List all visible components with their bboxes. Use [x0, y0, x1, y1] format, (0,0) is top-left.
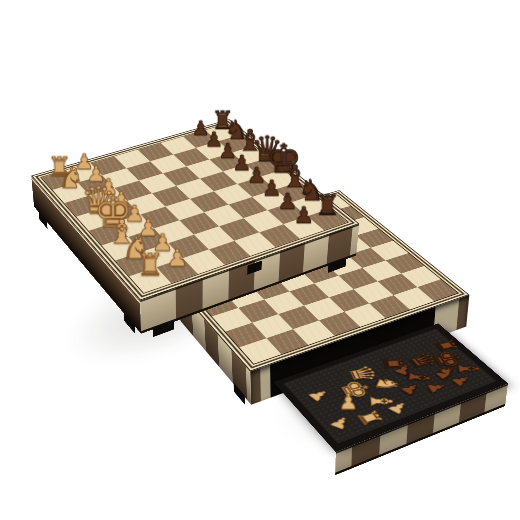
drawer-piece-light-bishop: ♝	[365, 392, 396, 409]
main-box-foot	[38, 210, 47, 229]
drawer-piece-dark-pawn: ♟	[389, 361, 415, 378]
drawer-piece-dark-bishop: ♝	[403, 368, 434, 387]
drawer-piece-dark-rook: ♜	[378, 356, 406, 371]
drawer-piece-light-queen: ♛	[343, 363, 381, 385]
drawer-piece-dark-pawn: ♟	[422, 379, 450, 395]
drawer-piece-dark-king: ♚	[428, 348, 469, 370]
piece-light-rook-a1: ♜	[46, 154, 73, 180]
main-chess-box: ♜♟♟♜♞♟♟♞♝♟♟♝♛♟♟♛♚♟♟♚♝♟♟♝♞♟♟♞♜♟♟♜	[70, 79, 310, 319]
piece-dark-rook-a8: ♜	[210, 108, 236, 133]
drawer-piece-light-pawn: ♟	[384, 398, 413, 417]
drawer-piece-dark-pawn: ♟	[447, 372, 476, 389]
drawer-piece-dark-rook: ♜	[429, 337, 461, 355]
drawer-piece-dark-bishop: ♝	[453, 360, 485, 376]
drawer-piece-light-pawn: ♟	[338, 391, 358, 413]
drawer-piece-dark-knight: ♞	[427, 362, 463, 384]
drawer-piece-dark-queen: ♛	[401, 349, 441, 372]
chess-set-product-photo: ♟♚♛♟♝♜♟♞♟♜♛♚♝♞♟♟♝♟♜♟ ♜♟♟♜♞♟♟♞♝♟♟♝♛♟♟♛♚♟♟…	[0, 0, 520, 520]
drawer-piece-light-pawn: ♟	[304, 386, 333, 404]
drawer-piece-light-rook: ♜	[352, 407, 387, 429]
drawer-piece-light-knight: ♞	[370, 374, 403, 394]
drawer-finger-notch	[247, 260, 262, 275]
main-box-foot	[153, 320, 174, 337]
storage-box-foot	[234, 383, 245, 406]
drawer-piece-dark-pawn: ♟	[396, 380, 425, 398]
storage-board-square-f8	[386, 253, 425, 273]
main-board-square-f3	[154, 220, 194, 243]
drawer-piece-light-king: ♚	[333, 377, 376, 402]
drawer-piece-light-pawn: ♟	[325, 413, 353, 432]
drawer-felt-lining: ♟♚♛♟♝♜♟♞♟♜♛♚♝♞♟♟♝♟♜♟	[284, 329, 497, 444]
main-box-foot	[124, 312, 135, 335]
